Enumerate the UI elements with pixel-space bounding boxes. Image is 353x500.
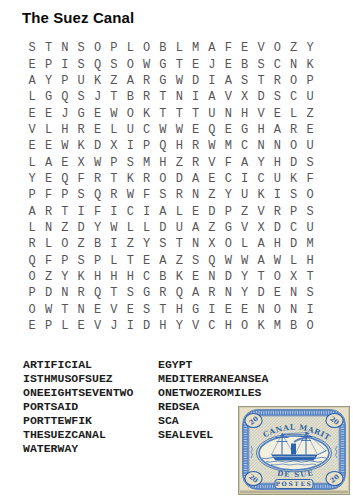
- grid-cell: T: [302, 269, 318, 285]
- grid-cell: O: [302, 318, 318, 334]
- grid-cell: H: [171, 302, 187, 318]
- grid-cell: E: [220, 56, 236, 72]
- grid-cell: B: [286, 318, 302, 334]
- grid-cell: S: [155, 187, 171, 203]
- grid-cell: R: [269, 203, 285, 219]
- grid-cell: A: [40, 154, 56, 170]
- grid-cell: Z: [73, 236, 89, 252]
- grid-cell: P: [106, 40, 122, 56]
- grid-cell: D: [89, 138, 105, 154]
- grid-cell: S: [73, 187, 89, 203]
- grid-cell: N: [220, 105, 236, 121]
- grid-cell: G: [155, 73, 171, 89]
- grid-cell: R: [89, 171, 105, 187]
- grid-cell: T: [57, 302, 73, 318]
- grid-cell: W: [171, 73, 187, 89]
- grid-cell: I: [106, 236, 122, 252]
- grid-cell: A: [122, 73, 138, 89]
- grid-cell: M: [302, 236, 318, 252]
- grid-cell: O: [24, 269, 40, 285]
- grid-cell: U: [302, 138, 318, 154]
- grid-cell: I: [57, 56, 73, 72]
- grid-cell: O: [57, 236, 73, 252]
- grid-cell: H: [171, 138, 187, 154]
- grid-cell: T: [122, 252, 138, 268]
- grid-cell: H: [302, 252, 318, 268]
- grid-cell: E: [24, 138, 40, 154]
- word-col-1: ARTIFICIALISTHMUSOFSUEZONEEIGHTSEVENTWOP…: [23, 358, 158, 456]
- grid-cell: Q: [204, 122, 220, 138]
- grid-cell: E: [204, 171, 220, 187]
- grid-cell: A: [253, 252, 269, 268]
- grid-cell: T: [155, 302, 171, 318]
- grid-cell: E: [138, 252, 154, 268]
- grid-cell: R: [187, 138, 203, 154]
- grid-cell: C: [204, 318, 220, 334]
- grid-cell: K: [253, 187, 269, 203]
- grid-cell: D: [40, 285, 56, 301]
- grid-cell: K: [138, 105, 154, 121]
- grid-cell: J: [204, 56, 220, 72]
- grid-cell: A: [155, 203, 171, 219]
- grid-cell: X: [73, 154, 89, 170]
- grid-cell: P: [24, 187, 40, 203]
- grid-cell: U: [302, 89, 318, 105]
- grid-cell: S: [302, 154, 318, 170]
- grid-cell: D: [155, 220, 171, 236]
- grid-cell: Q: [89, 285, 105, 301]
- grid-cell: C: [122, 203, 138, 219]
- grid-cell: L: [138, 220, 154, 236]
- grid-cell: L: [40, 236, 56, 252]
- grid-cell: Q: [89, 187, 105, 203]
- grid-cell: U: [302, 220, 318, 236]
- grid-cell: H: [57, 122, 73, 138]
- grid-cell: M: [220, 138, 236, 154]
- grid-cell: Q: [89, 56, 105, 72]
- grid-cell: P: [220, 203, 236, 219]
- grid-cell: G: [40, 89, 56, 105]
- grid-cell: T: [171, 236, 187, 252]
- grid-cell: Q: [171, 285, 187, 301]
- grid-cell: I: [187, 89, 203, 105]
- grid-cell: M: [269, 318, 285, 334]
- grid-cell: W: [57, 138, 73, 154]
- grid-cell: X: [253, 220, 269, 236]
- grid-cell: Y: [89, 220, 105, 236]
- word-list-item: PORTSAID: [23, 400, 158, 414]
- grid-cell: L: [122, 40, 138, 56]
- grid-cell: E: [187, 122, 203, 138]
- grid-cell: U: [269, 171, 285, 187]
- grid-cell: F: [89, 203, 105, 219]
- grid-cell: B: [155, 40, 171, 56]
- grid-cell: P: [40, 56, 56, 72]
- grid-cell: H: [220, 318, 236, 334]
- grid-cell: L: [106, 122, 122, 138]
- grid-cell: K: [73, 269, 89, 285]
- grid-cell: H: [89, 269, 105, 285]
- grid-cell: I: [73, 203, 89, 219]
- grid-cell: Y: [220, 187, 236, 203]
- stamp-bottom-text: POSTES: [275, 480, 312, 487]
- grid-cell: N: [220, 285, 236, 301]
- grid-cell: E: [269, 105, 285, 121]
- grid-cell: X: [106, 138, 122, 154]
- grid-cell: S: [187, 252, 203, 268]
- grid-cell: D: [286, 154, 302, 170]
- grid-cell: L: [171, 40, 187, 56]
- grid-cell: G: [155, 56, 171, 72]
- word-list-item: ISTHMUSOFSUEZ: [23, 372, 158, 386]
- word-search-grid: STNSOPLOBLMAFEVOZYEPISQSOWGTEJEBSCNKAYPU…: [24, 40, 318, 334]
- grid-cell: B: [155, 269, 171, 285]
- grid-cell: H: [122, 269, 138, 285]
- grid-cell: L: [236, 236, 252, 252]
- word-list-item: MEDITERRANEANSEA: [158, 372, 268, 386]
- grid-cell: X: [236, 89, 252, 105]
- grid-cell: L: [286, 252, 302, 268]
- grid-cell: P: [40, 318, 56, 334]
- grid-cell: U: [204, 105, 220, 121]
- grid-cell: E: [40, 138, 56, 154]
- grid-cell: K: [286, 171, 302, 187]
- grid-cell: A: [236, 154, 252, 170]
- grid-cell: W: [106, 220, 122, 236]
- grid-cell: W: [89, 154, 105, 170]
- grid-cell: A: [155, 252, 171, 268]
- grid-cell: I: [204, 302, 220, 318]
- grid-cell: S: [24, 40, 40, 56]
- worksheet-page: The Suez Canal STNSOPLOBLMAFEVOZYEPISQSO…: [0, 0, 353, 500]
- grid-cell: A: [204, 40, 220, 56]
- grid-cell: N: [286, 285, 302, 301]
- grid-cell: M: [138, 154, 154, 170]
- grid-cell: R: [138, 89, 154, 105]
- grid-cell: S: [236, 73, 252, 89]
- grid-cell: S: [302, 203, 318, 219]
- grid-cell: S: [286, 187, 302, 203]
- grid-cell: N: [286, 302, 302, 318]
- grid-cell: Y: [236, 269, 252, 285]
- grid-cell: L: [286, 105, 302, 121]
- grid-cell: N: [40, 220, 56, 236]
- grid-cell: W: [155, 122, 171, 138]
- word-list-item: THESUEZCANAL: [23, 428, 158, 442]
- grid-cell: N: [204, 269, 220, 285]
- grid-cell: A: [204, 89, 220, 105]
- grid-cell: O: [236, 318, 252, 334]
- grid-cell: K: [171, 269, 187, 285]
- grid-cell: S: [155, 236, 171, 252]
- grid-cell: Q: [155, 138, 171, 154]
- grid-cell: K: [73, 138, 89, 154]
- grid-cell: O: [269, 302, 285, 318]
- grid-cell: L: [106, 252, 122, 268]
- grid-cell: G: [220, 220, 236, 236]
- grid-cell: T: [155, 105, 171, 121]
- grid-cell: T: [187, 105, 203, 121]
- grid-cell: W: [138, 56, 154, 72]
- grid-cell: P: [57, 73, 73, 89]
- grid-cell: S: [73, 56, 89, 72]
- grid-cell: I: [269, 187, 285, 203]
- grid-cell: F: [138, 187, 154, 203]
- grid-cell: S: [73, 40, 89, 56]
- grid-cell: D: [269, 220, 285, 236]
- grid-cell: H: [236, 105, 252, 121]
- grid-cell: N: [253, 138, 269, 154]
- grid-cell: S: [122, 285, 138, 301]
- grid-cell: A: [187, 285, 203, 301]
- grid-cell: R: [269, 73, 285, 89]
- grid-cell: U: [73, 73, 89, 89]
- grid-cell: O: [302, 187, 318, 203]
- grid-cell: H: [269, 236, 285, 252]
- grid-cell: R: [24, 236, 40, 252]
- grid-cell: O: [138, 40, 154, 56]
- grid-cell: E: [187, 269, 203, 285]
- suez-canal-stamp-image: 20 20 20 20 CANAL MARITIME: [238, 406, 350, 495]
- grid-cell: B: [122, 89, 138, 105]
- grid-cell: I: [236, 171, 252, 187]
- word-list-item: PORTTEWFIK: [23, 414, 158, 428]
- grid-cell: K: [302, 56, 318, 72]
- grid-cell: T: [253, 269, 269, 285]
- grid-cell: C: [220, 171, 236, 187]
- grid-cell: V: [89, 318, 105, 334]
- grid-cell: D: [138, 318, 154, 334]
- grid-cell: R: [138, 73, 154, 89]
- grid-cell: N: [73, 302, 89, 318]
- grid-cell: V: [204, 154, 220, 170]
- grid-cell: N: [253, 302, 269, 318]
- grid-cell: N: [187, 236, 203, 252]
- grid-cell: O: [269, 269, 285, 285]
- grid-cell: Z: [236, 203, 252, 219]
- grid-cell: S: [73, 89, 89, 105]
- grid-cell: V: [236, 220, 252, 236]
- grid-cell: R: [106, 187, 122, 203]
- grid-cell: D: [73, 220, 89, 236]
- grid-cell: T: [40, 40, 56, 56]
- grid-cell: F: [302, 171, 318, 187]
- grid-cell: A: [220, 73, 236, 89]
- grid-cell: G: [138, 285, 154, 301]
- grid-cell: D: [286, 236, 302, 252]
- grid-cell: Y: [57, 269, 73, 285]
- grid-cell: Z: [204, 220, 220, 236]
- grid-cell: I: [302, 302, 318, 318]
- grid-cell: Y: [24, 171, 40, 187]
- grid-cell: V: [253, 105, 269, 121]
- grid-cell: R: [171, 187, 187, 203]
- grid-cell: O: [24, 302, 40, 318]
- grid-cell: P: [302, 73, 318, 89]
- grid-cell: E: [89, 105, 105, 121]
- grid-cell: W: [220, 252, 236, 268]
- grid-cell: A: [187, 171, 203, 187]
- grid-cell: V: [187, 318, 203, 334]
- grid-cell: E: [269, 285, 285, 301]
- grid-cell: X: [286, 269, 302, 285]
- grid-cell: R: [155, 285, 171, 301]
- grid-cell: T: [57, 203, 73, 219]
- grid-cell: E: [122, 302, 138, 318]
- grid-cell: Z: [40, 269, 56, 285]
- grid-cell: P: [138, 138, 154, 154]
- grid-cell: Q: [204, 252, 220, 268]
- grid-cell: E: [187, 56, 203, 72]
- grid-cell: E: [236, 40, 252, 56]
- grid-cell: S: [253, 56, 269, 72]
- grid-cell: E: [40, 105, 56, 121]
- grid-cell: E: [24, 56, 40, 72]
- grid-cell: Y: [253, 154, 269, 170]
- grid-cell: E: [89, 302, 105, 318]
- grid-cell: D: [253, 285, 269, 301]
- grid-cell: S: [269, 89, 285, 105]
- grid-cell: A: [24, 73, 40, 89]
- grid-cell: V: [24, 122, 40, 138]
- grid-cell: T: [106, 285, 122, 301]
- grid-cell: P: [286, 203, 302, 219]
- word-list-item: ARTIFICIAL: [23, 358, 158, 372]
- word-list-item: EGYPT: [158, 358, 268, 372]
- grid-cell: F: [220, 40, 236, 56]
- grid-cell: A: [24, 203, 40, 219]
- grid-cell: F: [40, 187, 56, 203]
- grid-cell: S: [302, 285, 318, 301]
- grid-cell: E: [220, 302, 236, 318]
- grid-cell: C: [138, 122, 154, 138]
- grid-cell: P: [106, 154, 122, 170]
- grid-cell: W: [106, 105, 122, 121]
- grid-cell: C: [138, 269, 154, 285]
- grid-cell: Y: [171, 318, 187, 334]
- grid-cell: Z: [106, 73, 122, 89]
- word-list-item: ONEEIGHTSEVENTWO: [23, 386, 158, 400]
- grid-cell: K: [89, 73, 105, 89]
- grid-cell: Y: [302, 40, 318, 56]
- grid-cell: V: [220, 89, 236, 105]
- grid-cell: U: [122, 122, 138, 138]
- word-list-item: ONETWOZEROMILES: [158, 386, 268, 400]
- grid-cell: E: [89, 122, 105, 138]
- page-title: The Suez Canal: [22, 9, 134, 26]
- grid-cell: H: [155, 154, 171, 170]
- grid-cell: L: [24, 220, 40, 236]
- grid-cell: J: [57, 105, 73, 121]
- grid-cell: O: [89, 40, 105, 56]
- grid-cell: Z: [171, 154, 187, 170]
- grid-cell: G: [236, 122, 252, 138]
- grid-cell: E: [24, 105, 40, 121]
- grid-cell: I: [138, 203, 154, 219]
- grid-cell: S: [73, 252, 89, 268]
- grid-cell: R: [187, 154, 203, 170]
- grid-cell: L: [171, 203, 187, 219]
- grid-cell: O: [122, 56, 138, 72]
- grid-cell: H: [106, 269, 122, 285]
- grid-cell: L: [57, 318, 73, 334]
- grid-cell: N: [269, 138, 285, 154]
- word-list: ARTIFICIALISTHMUSOFSUEZONEEIGHTSEVENTWOP…: [23, 358, 268, 456]
- grid-cell: N: [286, 56, 302, 72]
- grid-cell: E: [24, 318, 40, 334]
- grid-cell: I: [122, 318, 138, 334]
- grid-cell: B: [89, 236, 105, 252]
- grid-cell: T: [171, 56, 187, 72]
- grid-cell: U: [236, 187, 252, 203]
- grid-cell: E: [187, 203, 203, 219]
- grid-cell: S: [122, 154, 138, 170]
- grid-cell: H: [269, 154, 285, 170]
- grid-cell: W: [122, 187, 138, 203]
- grid-cell: Y: [236, 285, 252, 301]
- grid-cell: W: [236, 252, 252, 268]
- grid-cell: O: [122, 105, 138, 121]
- grid-cell: V: [106, 302, 122, 318]
- grid-cell: J: [106, 318, 122, 334]
- grid-cell: D: [204, 203, 220, 219]
- grid-cell: D: [187, 73, 203, 89]
- grid-cell: D: [253, 89, 269, 105]
- grid-cell: I: [204, 73, 220, 89]
- grid-cell: G: [73, 105, 89, 121]
- grid-cell: E: [57, 154, 73, 170]
- grid-cell: W: [171, 122, 187, 138]
- grid-cell: C: [253, 171, 269, 187]
- grid-cell: D: [171, 171, 187, 187]
- grid-cell: Q: [57, 89, 73, 105]
- grid-cell: F: [220, 154, 236, 170]
- grid-cell: Z: [57, 220, 73, 236]
- grid-cell: E: [236, 302, 252, 318]
- grid-cell: M: [187, 40, 203, 56]
- grid-cell: R: [73, 285, 89, 301]
- grid-cell: E: [40, 171, 56, 187]
- grid-cell: C: [286, 220, 302, 236]
- grid-cell: V: [253, 40, 269, 56]
- grid-cell: K: [122, 171, 138, 187]
- grid-cell: G: [187, 302, 203, 318]
- grid-cell: N: [57, 40, 73, 56]
- grid-cell: H: [253, 122, 269, 138]
- grid-cell: Y: [138, 236, 154, 252]
- grid-cell: Z: [171, 252, 187, 268]
- grid-cell: T: [106, 89, 122, 105]
- grid-cell: W: [204, 138, 220, 154]
- grid-cell: W: [269, 252, 285, 268]
- grid-cell: C: [236, 138, 252, 154]
- grid-cell: T: [253, 73, 269, 89]
- grid-cell: A: [269, 122, 285, 138]
- grid-cell: E: [73, 318, 89, 334]
- grid-cell: X: [204, 236, 220, 252]
- grid-cell: V: [253, 203, 269, 219]
- grid-cell: E: [220, 122, 236, 138]
- grid-cell: P: [57, 252, 73, 268]
- grid-cell: Q: [57, 171, 73, 187]
- grid-cell: Z: [302, 105, 318, 121]
- grid-cell: O: [155, 171, 171, 187]
- grid-cell: W: [40, 302, 56, 318]
- grid-cell: E: [302, 122, 318, 138]
- grid-cell: R: [138, 171, 154, 187]
- grid-cell: U: [171, 220, 187, 236]
- grid-cell: P: [24, 285, 40, 301]
